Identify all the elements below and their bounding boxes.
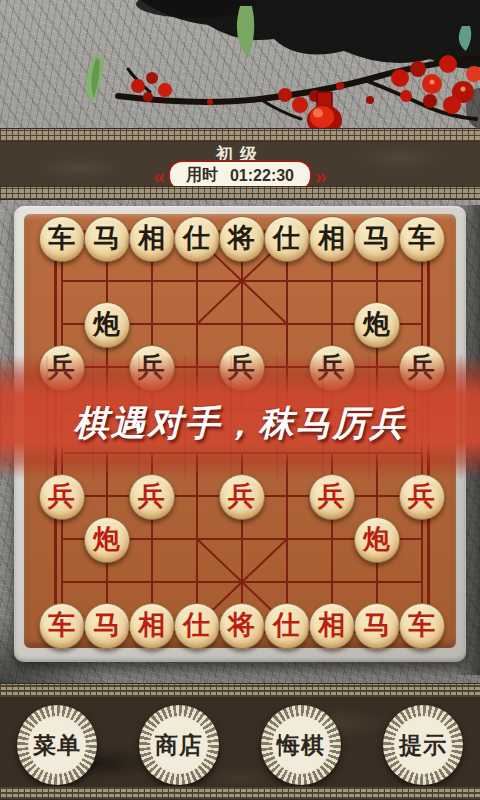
timer-label: 用时 (186, 165, 218, 186)
piece-red-兵[interactable]: 兵 (309, 474, 355, 520)
xiangqi-app-screen: 初级 « 用时 01:22:30 » 车马相仕将仕相马车炮炮兵兵兵兵兵兵兵兵兵兵… (0, 0, 480, 800)
idiom-banner-text: 棋遇对手，秣马厉兵 (74, 400, 407, 447)
piece-red-车[interactable]: 车 (39, 603, 85, 649)
bottom-toolbar: 菜单 商店 悔棋 提示 (0, 683, 480, 800)
menu-button-label: 菜单 (33, 730, 81, 761)
menu-button[interactable]: 菜单 (15, 703, 99, 787)
piece-red-相[interactable]: 相 (309, 603, 355, 649)
piece-black-相[interactable]: 相 (309, 216, 355, 262)
piece-red-炮[interactable]: 炮 (354, 517, 400, 563)
piece-red-仕[interactable]: 仕 (174, 603, 220, 649)
shop-button-label: 商店 (155, 730, 203, 761)
piece-black-车[interactable]: 车 (39, 216, 85, 262)
piece-red-兵[interactable]: 兵 (219, 474, 265, 520)
piece-red-仕[interactable]: 仕 (264, 603, 310, 649)
scroll-ornament-right-icon: » (315, 165, 327, 186)
timer-value: 01:22:30 (230, 167, 294, 185)
shop-button[interactable]: 商店 (137, 703, 221, 787)
piece-red-相[interactable]: 相 (129, 603, 175, 649)
scroll-ornament-left-icon: « (153, 165, 165, 186)
piece-red-马[interactable]: 马 (354, 603, 400, 649)
piece-black-仕[interactable]: 仕 (174, 216, 220, 262)
idiom-banner: 棋遇对手，秣马厉兵 (0, 355, 480, 479)
meander-border (0, 186, 480, 200)
piece-red-兵[interactable]: 兵 (399, 474, 445, 520)
piece-red-将[interactable]: 将 (219, 603, 265, 649)
hint-button-label: 提示 (399, 730, 447, 761)
piece-black-相[interactable]: 相 (129, 216, 175, 262)
plum-branch-icon (118, 55, 480, 119)
piece-red-炮[interactable]: 炮 (84, 517, 130, 563)
piece-black-将[interactable]: 将 (219, 216, 265, 262)
piece-black-车[interactable]: 车 (399, 216, 445, 262)
undo-button-label: 悔棋 (277, 730, 325, 761)
top-decoration (0, 0, 480, 140)
piece-red-马[interactable]: 马 (84, 603, 130, 649)
piece-red-兵[interactable]: 兵 (129, 474, 175, 520)
piece-black-马[interactable]: 马 (84, 216, 130, 262)
piece-black-炮[interactable]: 炮 (84, 302, 130, 348)
piece-black-马[interactable]: 马 (354, 216, 400, 262)
meander-border (0, 128, 480, 142)
piece-red-兵[interactable]: 兵 (39, 474, 85, 520)
hint-button[interactable]: 提示 (381, 703, 465, 787)
meander-border (0, 683, 480, 698)
piece-black-仕[interactable]: 仕 (264, 216, 310, 262)
undo-move-button[interactable]: 悔棋 (259, 703, 343, 787)
meander-border (0, 786, 480, 800)
header-bar: 初级 « 用时 01:22:30 » (0, 128, 480, 200)
piece-black-炮[interactable]: 炮 (354, 302, 400, 348)
piece-red-车[interactable]: 车 (399, 603, 445, 649)
